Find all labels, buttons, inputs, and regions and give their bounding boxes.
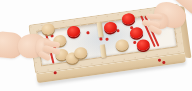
red-puck[interactable] bbox=[136, 39, 150, 52]
scene bbox=[0, 0, 192, 91]
field-target-dot bbox=[53, 46, 56, 49]
field-target-dot bbox=[105, 38, 108, 41]
frame-dot bbox=[54, 71, 57, 74]
red-puck[interactable] bbox=[129, 26, 143, 39]
red-puck[interactable] bbox=[66, 25, 80, 38]
left-forearm bbox=[0, 30, 25, 59]
game-board bbox=[28, 4, 185, 75]
field-target-dot bbox=[50, 34, 53, 37]
field-target-dot bbox=[116, 29, 119, 32]
natural-puck[interactable] bbox=[73, 46, 87, 59]
frame-dot bbox=[158, 58, 161, 61]
piece-layer bbox=[28, 4, 185, 75]
frame-dot bbox=[162, 61, 165, 64]
red-puck[interactable] bbox=[121, 12, 135, 25]
natural-puck[interactable] bbox=[41, 23, 55, 36]
natural-puck[interactable] bbox=[53, 34, 67, 47]
natural-puck[interactable] bbox=[115, 39, 129, 52]
field-target-dot bbox=[99, 37, 102, 40]
red-puck[interactable] bbox=[103, 21, 117, 34]
field-target-dot bbox=[86, 31, 89, 34]
